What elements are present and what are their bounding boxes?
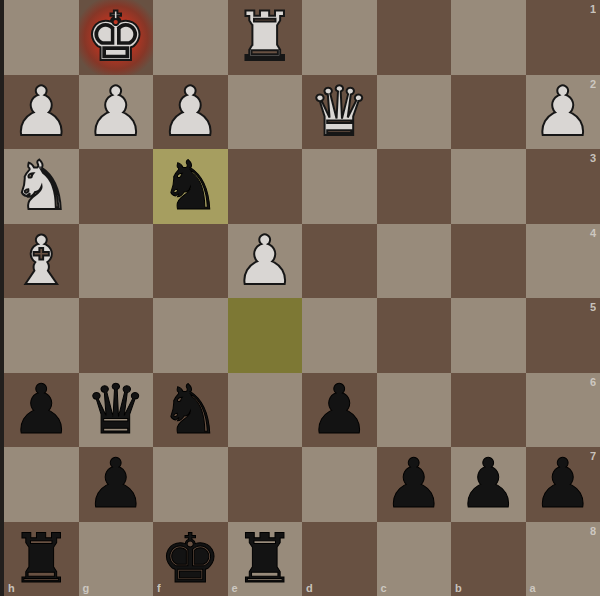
square-a2[interactable]: ♟2 xyxy=(526,75,600,150)
square-h6[interactable]: ♟ xyxy=(4,373,79,448)
file-label-f: f xyxy=(157,582,161,594)
square-g3[interactable] xyxy=(79,149,154,224)
black-rook-piece[interactable]: ♜ xyxy=(4,522,79,596)
white-queen-piece[interactable]: ♛ xyxy=(302,75,377,150)
file-label-c: c xyxy=(381,582,387,594)
black-pawn-piece[interactable]: ♟ xyxy=(377,447,452,522)
square-b7[interactable]: ♟ xyxy=(451,447,526,522)
file-label-g: g xyxy=(83,582,90,594)
square-g7[interactable]: ♟ xyxy=(79,447,154,522)
file-label-d: d xyxy=(306,582,313,594)
square-d2[interactable]: ♛ xyxy=(302,75,377,150)
square-e2[interactable] xyxy=(228,75,303,150)
white-pawn-piece[interactable]: ♟ xyxy=(153,75,228,150)
square-a8[interactable]: 8a xyxy=(526,522,600,596)
black-rook-piece[interactable]: ♜ xyxy=(228,522,303,596)
rank-label-7: 7 xyxy=(590,450,596,462)
white-bishop-piece[interactable]: ♝ xyxy=(4,224,79,299)
file-label-b: b xyxy=(455,582,462,594)
square-h7[interactable] xyxy=(4,447,79,522)
rank-label-8: 8 xyxy=(590,525,596,537)
chess-board: ♚♜1♟♟♟♛♟2♞♞3♝♟45♟♛♞♟6♟♟♟♟7♜hg♚f♜edcb8a xyxy=(4,0,600,596)
square-d8[interactable]: d xyxy=(302,522,377,596)
square-g4[interactable] xyxy=(79,224,154,299)
file-label-e: e xyxy=(232,582,238,594)
square-b2[interactable] xyxy=(451,75,526,150)
square-a6[interactable]: 6 xyxy=(526,373,600,448)
square-b4[interactable] xyxy=(451,224,526,299)
square-e8[interactable]: ♜e xyxy=(228,522,303,596)
square-d6[interactable]: ♟ xyxy=(302,373,377,448)
square-g2[interactable]: ♟ xyxy=(79,75,154,150)
file-label-a: a xyxy=(530,582,536,594)
black-queen-piece[interactable]: ♛ xyxy=(79,373,154,448)
black-pawn-piece[interactable]: ♟ xyxy=(302,373,377,448)
square-a5[interactable]: 5 xyxy=(526,298,600,373)
square-c4[interactable] xyxy=(377,224,452,299)
square-a3[interactable]: 3 xyxy=(526,149,600,224)
square-f7[interactable] xyxy=(153,447,228,522)
square-e3[interactable] xyxy=(228,149,303,224)
square-e1[interactable]: ♜ xyxy=(228,0,303,75)
square-g5[interactable] xyxy=(79,298,154,373)
square-d7[interactable] xyxy=(302,447,377,522)
square-c3[interactable] xyxy=(377,149,452,224)
square-g6[interactable]: ♛ xyxy=(79,373,154,448)
square-b5[interactable] xyxy=(451,298,526,373)
square-f2[interactable]: ♟ xyxy=(153,75,228,150)
rank-label-3: 3 xyxy=(590,152,596,164)
square-e7[interactable] xyxy=(228,447,303,522)
square-f1[interactable] xyxy=(153,0,228,75)
black-pawn-piece[interactable]: ♟ xyxy=(451,447,526,522)
square-c5[interactable] xyxy=(377,298,452,373)
square-a4[interactable]: 4 xyxy=(526,224,600,299)
square-h1[interactable] xyxy=(4,0,79,75)
square-h8[interactable]: ♜h xyxy=(4,522,79,596)
square-e4[interactable]: ♟ xyxy=(228,224,303,299)
rank-label-5: 5 xyxy=(590,301,596,313)
square-e6[interactable] xyxy=(228,373,303,448)
black-knight-piece[interactable]: ♞ xyxy=(153,149,228,224)
square-f8[interactable]: ♚f xyxy=(153,522,228,596)
black-pawn-piece[interactable]: ♟ xyxy=(526,447,600,522)
white-pawn-piece[interactable]: ♟ xyxy=(228,224,303,299)
file-label-h: h xyxy=(8,582,15,594)
page-background: ♚♜1♟♟♟♛♟2♞♞3♝♟45♟♛♞♟6♟♟♟♟7♜hg♚f♜edcb8a xyxy=(0,0,600,596)
square-c7[interactable]: ♟ xyxy=(377,447,452,522)
black-king-piece[interactable]: ♚ xyxy=(153,522,228,596)
white-king-piece[interactable]: ♚ xyxy=(79,0,154,75)
square-f5[interactable] xyxy=(153,298,228,373)
square-c1[interactable] xyxy=(377,0,452,75)
rank-label-2: 2 xyxy=(590,78,596,90)
rank-label-6: 6 xyxy=(590,376,596,388)
white-rook-piece[interactable]: ♜ xyxy=(228,0,303,75)
square-a1[interactable]: 1 xyxy=(526,0,600,75)
square-c8[interactable]: c xyxy=(377,522,452,596)
square-d1[interactable] xyxy=(302,0,377,75)
square-a7[interactable]: ♟7 xyxy=(526,447,600,522)
square-b8[interactable]: b xyxy=(451,522,526,596)
square-h5[interactable] xyxy=(4,298,79,373)
square-d5[interactable] xyxy=(302,298,377,373)
square-f3[interactable]: ♞ xyxy=(153,149,228,224)
square-f4[interactable] xyxy=(153,224,228,299)
square-c6[interactable] xyxy=(377,373,452,448)
square-h2[interactable]: ♟ xyxy=(4,75,79,150)
white-pawn-piece[interactable]: ♟ xyxy=(79,75,154,150)
white-pawn-piece[interactable]: ♟ xyxy=(526,75,600,150)
square-f6[interactable]: ♞ xyxy=(153,373,228,448)
black-pawn-piece[interactable]: ♟ xyxy=(79,447,154,522)
white-pawn-piece[interactable]: ♟ xyxy=(4,75,79,150)
square-b6[interactable] xyxy=(451,373,526,448)
square-g1[interactable]: ♚ xyxy=(79,0,154,75)
black-knight-piece[interactable]: ♞ xyxy=(153,373,228,448)
square-e5[interactable] xyxy=(228,298,303,373)
square-d3[interactable] xyxy=(302,149,377,224)
square-d4[interactable] xyxy=(302,224,377,299)
square-h3[interactable]: ♞ xyxy=(4,149,79,224)
rank-label-4: 4 xyxy=(590,227,596,239)
square-b3[interactable] xyxy=(451,149,526,224)
square-b1[interactable] xyxy=(451,0,526,75)
black-pawn-piece[interactable]: ♟ xyxy=(4,373,79,448)
square-c2[interactable] xyxy=(377,75,452,150)
square-h4[interactable]: ♝ xyxy=(4,224,79,299)
white-knight-piece[interactable]: ♞ xyxy=(4,149,79,224)
square-g8[interactable]: g xyxy=(79,522,154,596)
rank-label-1: 1 xyxy=(590,3,596,15)
